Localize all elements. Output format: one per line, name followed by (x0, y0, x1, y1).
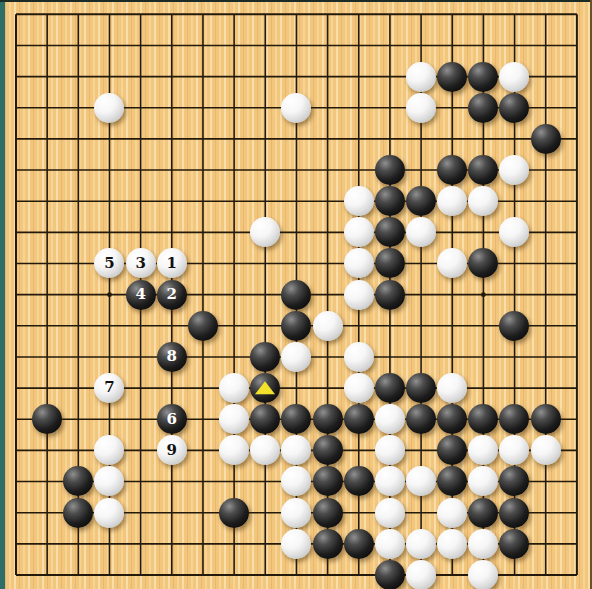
stone-black (375, 373, 405, 403)
stone-white (437, 529, 467, 559)
stone-black (499, 93, 529, 123)
stone-black: 4 (126, 280, 156, 310)
stone-black (281, 280, 311, 310)
stone-black (499, 498, 529, 528)
stone-white (375, 435, 405, 465)
stone-white (219, 373, 249, 403)
stone-white: 9 (157, 435, 187, 465)
stone-white (468, 466, 498, 496)
stone-black (313, 435, 343, 465)
stone-black (219, 498, 249, 528)
move-number: 5 (104, 256, 114, 271)
stone-black (375, 280, 405, 310)
go-board-window: 531428769 (0, 0, 592, 589)
stone-black (499, 529, 529, 559)
move-number: 8 (167, 349, 177, 364)
stone-white (437, 498, 467, 528)
stone-white (281, 498, 311, 528)
stone-white (219, 435, 249, 465)
stone-black (32, 404, 62, 434)
stone-white (499, 217, 529, 247)
stone-white (344, 373, 374, 403)
stone-white (281, 435, 311, 465)
stone-black (531, 404, 561, 434)
stone-black (250, 342, 280, 372)
stone-white (281, 529, 311, 559)
stone-black (437, 155, 467, 185)
stone-black (499, 311, 529, 341)
stone-white (313, 311, 343, 341)
stone-white (406, 93, 436, 123)
stone-white (437, 373, 467, 403)
stone-black (468, 248, 498, 278)
stone-black (63, 498, 93, 528)
move-number: 2 (167, 287, 177, 302)
stone-white (406, 529, 436, 559)
stone-black (437, 404, 467, 434)
stone-black (468, 93, 498, 123)
stone-black (468, 155, 498, 185)
stone-black: 6 (157, 404, 187, 434)
stone-black (281, 311, 311, 341)
goban-board[interactable]: 531428769 (0, 0, 592, 589)
stone-white (250, 435, 280, 465)
stone-white (94, 498, 124, 528)
stone-black (468, 404, 498, 434)
window-top-edge (0, 0, 592, 2)
stone-black (250, 373, 280, 403)
stone-white (406, 466, 436, 496)
stone-black (375, 186, 405, 216)
stone-black (344, 404, 374, 434)
stone-white (437, 248, 467, 278)
move-number: 7 (104, 380, 114, 395)
stone-white: 3 (126, 248, 156, 278)
stone-white (499, 435, 529, 465)
move-number: 9 (167, 443, 177, 458)
stone-black (375, 155, 405, 185)
stone-white (406, 62, 436, 92)
stone-black (406, 186, 436, 216)
move-number: 3 (135, 256, 145, 271)
stone-white (499, 62, 529, 92)
stone-white (468, 435, 498, 465)
stone-black (406, 404, 436, 434)
stone-black (344, 466, 374, 496)
stone-white (437, 186, 467, 216)
stone-black (406, 373, 436, 403)
move-number: 4 (135, 287, 145, 302)
stone-white (375, 466, 405, 496)
stone-white (499, 155, 529, 185)
stone-white (344, 248, 374, 278)
stone-white (375, 529, 405, 559)
stone-white (344, 342, 374, 372)
move-number: 1 (167, 256, 177, 271)
stone-white (375, 404, 405, 434)
stone-white (406, 560, 436, 589)
stone-white (531, 435, 561, 465)
stone-white (281, 342, 311, 372)
stone-white: 7 (94, 373, 124, 403)
stone-white: 1 (157, 248, 187, 278)
stone-black (344, 529, 374, 559)
stone-black (313, 466, 343, 496)
stone-white (94, 435, 124, 465)
triangle-marker (255, 381, 275, 394)
stone-white (219, 404, 249, 434)
stone-black (375, 217, 405, 247)
stone-white (468, 186, 498, 216)
stone-black (437, 466, 467, 496)
stone-black (375, 560, 405, 589)
stone-white (406, 217, 436, 247)
stone-black (468, 62, 498, 92)
stone-black (499, 466, 529, 496)
stone-black (281, 404, 311, 434)
move-number: 6 (167, 412, 177, 427)
stone-black (188, 311, 218, 341)
stone-black (313, 404, 343, 434)
stone-white (468, 529, 498, 559)
stone-white (281, 466, 311, 496)
stone-black (375, 248, 405, 278)
stone-black (313, 529, 343, 559)
stone-black (468, 498, 498, 528)
stone-white: 5 (94, 248, 124, 278)
stone-white (94, 93, 124, 123)
stone-black (499, 404, 529, 434)
stone-black (437, 62, 467, 92)
stone-black (437, 435, 467, 465)
stone-black: 2 (157, 280, 187, 310)
stone-white (344, 280, 374, 310)
window-left-edge (0, 2, 5, 589)
stone-black (250, 404, 280, 434)
stone-white (344, 217, 374, 247)
stone-black (313, 498, 343, 528)
stone-white (468, 560, 498, 589)
stone-black (531, 124, 561, 154)
stone-white (344, 186, 374, 216)
stone-black: 8 (157, 342, 187, 372)
stone-white (250, 217, 280, 247)
stone-white (94, 466, 124, 496)
stone-white (375, 498, 405, 528)
stone-white (281, 93, 311, 123)
stone-black (63, 466, 93, 496)
